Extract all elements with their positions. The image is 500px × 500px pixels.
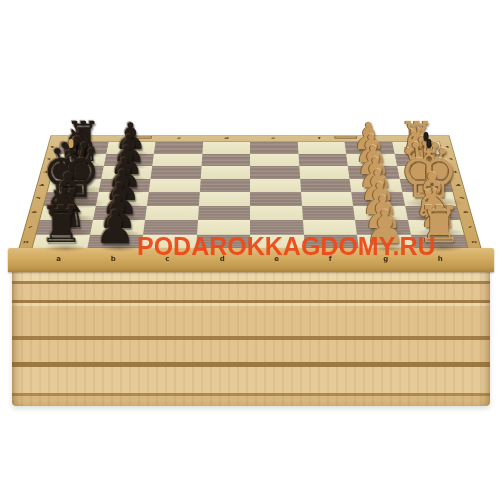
- square[interactable]: [250, 192, 302, 206]
- piece-glyph: ♜: [36, 202, 86, 250]
- square[interactable]: [299, 166, 350, 179]
- piece-glyph: ♟: [92, 206, 138, 250]
- square[interactable]: [250, 154, 299, 166]
- black-pawn[interactable]: ♟: [92, 206, 138, 250]
- square[interactable]: [200, 166, 250, 179]
- square[interactable]: [199, 179, 250, 192]
- square[interactable]: [302, 206, 355, 220]
- watermark-text: PODAROKKAGDOMY.RU: [137, 232, 436, 261]
- file-coordinate: f: [318, 137, 321, 139]
- square[interactable]: [250, 179, 301, 192]
- rank-coordinate: 8: [23, 241, 29, 244]
- box-body: [12, 268, 490, 406]
- square[interactable]: [250, 142, 298, 154]
- square[interactable]: [301, 192, 353, 206]
- square[interactable]: [250, 166, 300, 179]
- black-rook[interactable]: ♜: [36, 202, 86, 250]
- king-finial-icon: [426, 139, 431, 148]
- square[interactable]: [300, 179, 352, 192]
- king-finial-icon: [69, 139, 74, 148]
- rank-coordinate: 7: [467, 226, 473, 229]
- square[interactable]: [250, 206, 302, 220]
- square[interactable]: [149, 179, 201, 192]
- file-coordinate: c: [177, 137, 181, 139]
- file-coordinate: h: [438, 256, 443, 263]
- square[interactable]: [298, 154, 348, 166]
- photo-stage: 1122334455667788abcdefgh abcdefgh ♜♟♟♜♞♟…: [0, 0, 500, 500]
- square[interactable]: [152, 154, 202, 166]
- square[interactable]: [201, 154, 250, 166]
- file-coordinate: a: [56, 256, 61, 263]
- rank-coordinate: 7: [27, 226, 33, 229]
- square[interactable]: [145, 206, 198, 220]
- square[interactable]: [154, 142, 203, 154]
- square[interactable]: [147, 192, 199, 206]
- square[interactable]: [198, 192, 250, 206]
- square[interactable]: [297, 142, 346, 154]
- file-coordinate: e: [271, 137, 276, 139]
- file-coordinate: b: [111, 256, 116, 263]
- square[interactable]: [151, 166, 202, 179]
- square[interactable]: [198, 206, 250, 220]
- square[interactable]: [202, 142, 250, 154]
- rank-coordinate: 8: [471, 241, 477, 244]
- file-coordinate: d: [224, 137, 229, 139]
